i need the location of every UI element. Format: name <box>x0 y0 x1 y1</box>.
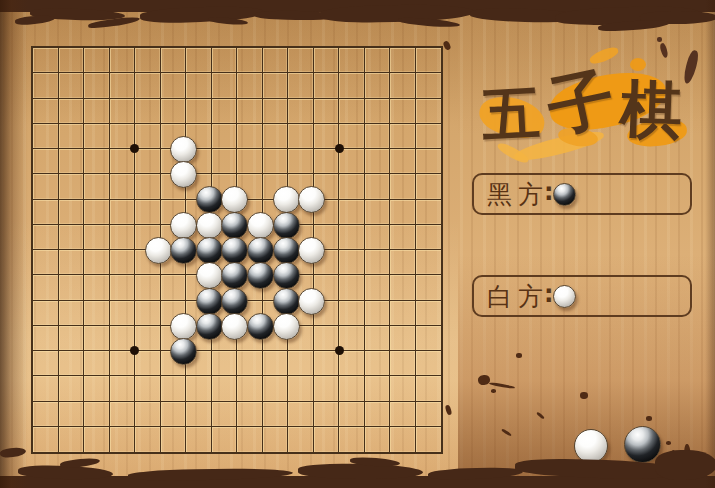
board-cell[interactable] <box>161 124 187 149</box>
board-cell[interactable] <box>237 301 263 326</box>
board-cell[interactable] <box>314 376 340 401</box>
board-cell[interactable] <box>59 48 85 73</box>
board-cell[interactable] <box>161 200 187 225</box>
board-cell[interactable] <box>288 427 314 452</box>
board-cell[interactable] <box>161 99 187 124</box>
board-cell[interactable] <box>416 149 442 174</box>
board-cell[interactable] <box>33 200 59 225</box>
board-cell[interactable] <box>288 174 314 199</box>
board-cell[interactable] <box>416 73 442 98</box>
board-cell[interactable] <box>33 73 59 98</box>
board-cell[interactable] <box>33 250 59 275</box>
board-cell[interactable] <box>186 351 212 376</box>
black-player-colon: ∶ <box>545 180 552 208</box>
board-cell[interactable] <box>365 200 391 225</box>
board-cell[interactable] <box>212 124 238 149</box>
board-cell[interactable] <box>84 124 110 149</box>
board-cell[interactable] <box>186 48 212 73</box>
board-cell[interactable] <box>314 200 340 225</box>
board-cell[interactable] <box>186 174 212 199</box>
board-cell[interactable] <box>263 174 289 199</box>
board-cell[interactable] <box>212 48 238 73</box>
board-cell[interactable] <box>416 351 442 376</box>
board-cell[interactable] <box>186 326 212 351</box>
board-cell[interactable] <box>84 376 110 401</box>
board-cell[interactable] <box>339 174 365 199</box>
board-cell[interactable] <box>390 301 416 326</box>
board-cell[interactable] <box>237 351 263 376</box>
board-cell[interactable] <box>288 99 314 124</box>
board-cell[interactable] <box>110 73 136 98</box>
board-cell[interactable] <box>84 48 110 73</box>
board-cell[interactable] <box>314 225 340 250</box>
board-cell[interactable] <box>212 99 238 124</box>
board-cell[interactable] <box>288 301 314 326</box>
board-cell[interactable] <box>135 225 161 250</box>
board-cell[interactable] <box>416 275 442 300</box>
board-cell[interactable] <box>365 48 391 73</box>
board-cell[interactable] <box>161 73 187 98</box>
board-cell[interactable] <box>110 48 136 73</box>
board-cell[interactable] <box>263 225 289 250</box>
board-cell[interactable] <box>212 402 238 427</box>
board-cell[interactable] <box>212 427 238 452</box>
board-cell[interactable] <box>339 275 365 300</box>
board-cell[interactable] <box>237 174 263 199</box>
game-title: 五 子 棋 <box>468 58 712 158</box>
black-player-box: 黑方 ∶ <box>472 173 692 215</box>
board-cell[interactable] <box>263 73 289 98</box>
ink-splatter <box>646 416 652 421</box>
board-cell[interactable] <box>59 301 85 326</box>
board-cell[interactable] <box>339 124 365 149</box>
board-cell[interactable] <box>212 275 238 300</box>
board-cell[interactable] <box>59 376 85 401</box>
title-char-1: 五 <box>480 75 542 156</box>
board-cell[interactable] <box>263 149 289 174</box>
board-cell[interactable] <box>59 73 85 98</box>
board-cell[interactable] <box>84 225 110 250</box>
board-cell[interactable] <box>59 326 85 351</box>
board-cell[interactable] <box>263 275 289 300</box>
board-cell[interactable] <box>288 402 314 427</box>
board-cell[interactable] <box>110 376 136 401</box>
board-cell[interactable] <box>390 351 416 376</box>
board-cell[interactable] <box>314 275 340 300</box>
board-cell[interactable] <box>212 225 238 250</box>
board-cell[interactable] <box>416 174 442 199</box>
board-cell[interactable] <box>212 301 238 326</box>
board-cell[interactable] <box>314 427 340 452</box>
board-cell[interactable] <box>161 326 187 351</box>
board-cell[interactable] <box>33 351 59 376</box>
board-cell[interactable] <box>135 48 161 73</box>
board-cell[interactable] <box>135 427 161 452</box>
board-cell[interactable] <box>314 124 340 149</box>
board-cell[interactable] <box>263 402 289 427</box>
board-cell[interactable] <box>212 174 238 199</box>
board-cell[interactable] <box>33 124 59 149</box>
board-cell[interactable] <box>237 250 263 275</box>
board-cell[interactable] <box>237 402 263 427</box>
title-char-2: 子 <box>539 52 622 154</box>
board-cell[interactable] <box>135 73 161 98</box>
board-cell[interactable] <box>390 225 416 250</box>
board-cell[interactable] <box>212 149 238 174</box>
board-cell[interactable] <box>365 250 391 275</box>
board-cell[interactable] <box>59 427 85 452</box>
board-cell[interactable] <box>288 351 314 376</box>
board-cell[interactable] <box>365 225 391 250</box>
board-cell[interactable] <box>416 250 442 275</box>
board-cell[interactable] <box>263 376 289 401</box>
board-cell[interactable] <box>237 427 263 452</box>
board-cell[interactable] <box>288 149 314 174</box>
board-cell[interactable] <box>59 149 85 174</box>
board-cell[interactable] <box>288 275 314 300</box>
board-cell[interactable] <box>263 250 289 275</box>
board-cell[interactable] <box>416 200 442 225</box>
board-cell[interactable] <box>365 376 391 401</box>
board-cell[interactable] <box>339 250 365 275</box>
board-cell[interactable] <box>314 351 340 376</box>
board-cell[interactable] <box>212 326 238 351</box>
board-cell[interactable] <box>135 200 161 225</box>
black-player-label: 黑方 <box>487 178 549 211</box>
board-cell[interactable] <box>33 149 59 174</box>
ink-splatter <box>666 441 671 445</box>
board-cell[interactable] <box>135 149 161 174</box>
board-cell[interactable] <box>288 124 314 149</box>
board-cell[interactable] <box>59 200 85 225</box>
board-cell[interactable] <box>288 73 314 98</box>
board-cell[interactable] <box>161 250 187 275</box>
board-cell[interactable] <box>365 301 391 326</box>
board-cell[interactable] <box>390 250 416 275</box>
board-cell[interactable] <box>314 149 340 174</box>
board-cell[interactable] <box>212 73 238 98</box>
frame-left-edge <box>0 0 28 488</box>
board-cell[interactable] <box>186 73 212 98</box>
board-cell[interactable] <box>365 275 391 300</box>
board-cell[interactable] <box>339 326 365 351</box>
board-cell[interactable] <box>416 225 442 250</box>
board-cell[interactable] <box>365 73 391 98</box>
board-cell[interactable] <box>416 124 442 149</box>
board-cell[interactable] <box>339 225 365 250</box>
board-cell[interactable] <box>212 200 238 225</box>
board-cell[interactable] <box>33 225 59 250</box>
board-cell[interactable] <box>135 174 161 199</box>
board-cell[interactable] <box>416 301 442 326</box>
board-cell[interactable] <box>263 351 289 376</box>
board-cell[interactable] <box>263 200 289 225</box>
gomoku-app: 五 子 棋 黑方 ∶ 白方 ∶ <box>0 0 715 488</box>
board-cell[interactable] <box>390 402 416 427</box>
board-cell[interactable] <box>84 427 110 452</box>
board-cell[interactable] <box>339 99 365 124</box>
board-cell[interactable] <box>365 427 391 452</box>
board-cell[interactable] <box>161 275 187 300</box>
board-cell[interactable] <box>390 48 416 73</box>
board-cell[interactable] <box>339 301 365 326</box>
board-cell[interactable] <box>263 124 289 149</box>
board-cell[interactable] <box>110 301 136 326</box>
board-cell[interactable] <box>186 124 212 149</box>
board-cell[interactable] <box>59 402 85 427</box>
board-cell[interactable] <box>365 174 391 199</box>
board-cell[interactable] <box>135 275 161 300</box>
board-cell[interactable] <box>59 275 85 300</box>
board-cell[interactable] <box>390 73 416 98</box>
board-cell[interactable] <box>314 326 340 351</box>
board-cell[interactable] <box>161 351 187 376</box>
board-cell[interactable] <box>33 376 59 401</box>
board-cell[interactable] <box>186 149 212 174</box>
board-cell[interactable] <box>416 99 442 124</box>
white-player-box: 白方 ∶ <box>472 275 692 317</box>
board-cell[interactable] <box>84 174 110 199</box>
ink-splatter <box>655 450 715 480</box>
board-cell[interactable] <box>237 124 263 149</box>
board-cell[interactable] <box>237 73 263 98</box>
board-cell[interactable] <box>161 225 187 250</box>
board-cell[interactable] <box>59 250 85 275</box>
board-cell[interactable] <box>110 225 136 250</box>
board-cell[interactable] <box>237 225 263 250</box>
board-cell[interactable] <box>416 326 442 351</box>
board-cell[interactable] <box>390 200 416 225</box>
board-cell[interactable] <box>135 124 161 149</box>
board-cell[interactable] <box>59 174 85 199</box>
board-cell[interactable] <box>339 351 365 376</box>
board-cell[interactable] <box>59 351 85 376</box>
board-cell[interactable] <box>84 99 110 124</box>
board-cell[interactable] <box>288 326 314 351</box>
board-cell[interactable] <box>161 376 187 401</box>
board-cell[interactable] <box>339 200 365 225</box>
white-stone-icon <box>553 285 576 308</box>
board-cell[interactable] <box>390 376 416 401</box>
board-cell[interactable] <box>186 427 212 452</box>
board-cell[interactable] <box>288 48 314 73</box>
ink-splatter <box>657 37 662 42</box>
board-cell[interactable] <box>161 174 187 199</box>
board-cell[interactable] <box>390 124 416 149</box>
board-cell[interactable] <box>110 99 136 124</box>
board-cell[interactable] <box>365 124 391 149</box>
board-cell[interactable] <box>390 149 416 174</box>
board-cell[interactable] <box>237 275 263 300</box>
board-cell[interactable] <box>84 250 110 275</box>
board-cell[interactable] <box>161 402 187 427</box>
board-cell[interactable] <box>263 326 289 351</box>
white-player-colon: ∶ <box>545 282 552 310</box>
board-cell[interactable] <box>237 48 263 73</box>
board-cell[interactable] <box>365 326 391 351</box>
board-cell[interactable] <box>390 275 416 300</box>
board-cell[interactable] <box>186 200 212 225</box>
board-cell[interactable] <box>33 275 59 300</box>
board-cell[interactable] <box>237 326 263 351</box>
board-cell[interactable] <box>339 149 365 174</box>
board-cell[interactable] <box>135 301 161 326</box>
board-cell[interactable] <box>84 73 110 98</box>
board-cell[interactable] <box>416 48 442 73</box>
board-cell[interactable] <box>33 301 59 326</box>
board-cell[interactable] <box>339 427 365 452</box>
ink-splatter <box>516 353 522 358</box>
board-cell[interactable] <box>288 225 314 250</box>
board-cell[interactable] <box>33 48 59 73</box>
board-cell[interactable] <box>110 351 136 376</box>
board-cell[interactable] <box>365 402 391 427</box>
board-cell[interactable] <box>84 200 110 225</box>
board-cell[interactable] <box>161 48 187 73</box>
board-cell[interactable] <box>84 351 110 376</box>
title-char-3: 棋 <box>619 67 684 153</box>
board-cell[interactable] <box>365 99 391 124</box>
board-cell[interactable] <box>186 250 212 275</box>
board-cell[interactable] <box>416 427 442 452</box>
board-cell[interactable] <box>339 48 365 73</box>
board-cell[interactable] <box>186 225 212 250</box>
board-cell[interactable] <box>33 99 59 124</box>
board-cell[interactable] <box>416 376 442 401</box>
board-cell[interactable] <box>416 402 442 427</box>
board-cell[interactable] <box>135 99 161 124</box>
board-cell[interactable] <box>390 427 416 452</box>
board-cell[interactable] <box>59 225 85 250</box>
board-cell[interactable] <box>314 99 340 124</box>
board-cell[interactable] <box>365 149 391 174</box>
board-cell[interactable] <box>110 275 136 300</box>
board-cell[interactable] <box>237 149 263 174</box>
board-cell[interactable] <box>110 250 136 275</box>
white-player-label: 白方 <box>487 280 549 313</box>
black-stone-icon <box>553 183 576 206</box>
board-cell[interactable] <box>161 301 187 326</box>
board-cell[interactable] <box>186 301 212 326</box>
board-cell[interactable] <box>135 351 161 376</box>
board-cell[interactable] <box>212 351 238 376</box>
board-cell[interactable] <box>84 149 110 174</box>
board-cell[interactable] <box>135 376 161 401</box>
board-cell[interactable] <box>110 402 136 427</box>
board-cell[interactable] <box>314 301 340 326</box>
board-cell[interactable] <box>84 326 110 351</box>
board-cell[interactable] <box>314 250 340 275</box>
board-cell[interactable] <box>314 73 340 98</box>
ink-splatter <box>580 392 588 399</box>
board-cell[interactable] <box>314 174 340 199</box>
board-cell[interactable] <box>237 376 263 401</box>
tray-white-stone <box>574 429 608 463</box>
board-cell[interactable] <box>288 376 314 401</box>
board-cell[interactable] <box>365 351 391 376</box>
board-cell[interactable] <box>390 99 416 124</box>
board-cell[interactable] <box>339 376 365 401</box>
board-cell[interactable] <box>33 174 59 199</box>
board-cell[interactable] <box>110 200 136 225</box>
board-cell[interactable] <box>135 402 161 427</box>
board-cell[interactable] <box>84 301 110 326</box>
board-cell[interactable] <box>390 326 416 351</box>
board-cell[interactable] <box>186 376 212 401</box>
board-cell[interactable] <box>237 99 263 124</box>
ink-splatter <box>491 389 496 393</box>
board-cell[interactable] <box>339 402 365 427</box>
board-cell[interactable] <box>288 200 314 225</box>
board-cell[interactable] <box>288 250 314 275</box>
board-cell[interactable] <box>263 301 289 326</box>
board-cell[interactable] <box>339 73 365 98</box>
board-cell[interactable] <box>84 275 110 300</box>
board-cell[interactable] <box>135 326 161 351</box>
board-cell[interactable] <box>390 174 416 199</box>
board-cell[interactable] <box>314 48 340 73</box>
board-cell[interactable] <box>314 402 340 427</box>
board-cell[interactable] <box>161 427 187 452</box>
board-cell[interactable] <box>84 402 110 427</box>
board-grid[interactable] <box>31 46 443 454</box>
board-cell[interactable] <box>212 250 238 275</box>
board-cell[interactable] <box>161 149 187 174</box>
board-cell[interactable] <box>59 124 85 149</box>
board-cell[interactable] <box>237 200 263 225</box>
board-cell[interactable] <box>110 326 136 351</box>
board-cell[interactable] <box>33 326 59 351</box>
board-cell[interactable] <box>110 149 136 174</box>
board-cell[interactable] <box>59 99 85 124</box>
board-cell[interactable] <box>33 427 59 452</box>
board-cell[interactable] <box>110 174 136 199</box>
board-cell[interactable] <box>263 48 289 73</box>
board-cell[interactable] <box>263 427 289 452</box>
board-cell[interactable] <box>33 402 59 427</box>
board-cell[interactable] <box>186 275 212 300</box>
board-cell[interactable] <box>212 376 238 401</box>
board-cell[interactable] <box>110 427 136 452</box>
board-cell[interactable] <box>186 99 212 124</box>
board-cell[interactable] <box>186 402 212 427</box>
board-cell[interactable] <box>110 124 136 149</box>
board-cell[interactable] <box>135 250 161 275</box>
board-cell[interactable] <box>263 99 289 124</box>
